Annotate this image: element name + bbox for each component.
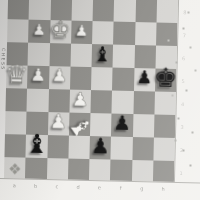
square-f5[interactable]	[112, 68, 134, 91]
square-d4[interactable]: ♟	[69, 90, 91, 113]
piece-white-king[interactable]: ♚	[50, 18, 71, 41]
piece-black-pawn[interactable]: ♟	[136, 69, 152, 87]
piece-white-pawn[interactable]: ♟	[75, 23, 89, 39]
square-g8[interactable]	[135, 0, 157, 23]
rank-label-6: 6	[178, 46, 189, 69]
square-f6[interactable]	[113, 45, 135, 68]
square-d5[interactable]	[70, 67, 92, 90]
square-d8[interactable]	[71, 0, 93, 21]
rank-label-8: 8	[180, 0, 191, 23]
square-c7[interactable]: ♚	[50, 20, 72, 43]
file-label-h: h	[152, 182, 174, 194]
photo-frame: ♟♚♟♝♛♟♟♟♚♟♟♝♟♝♟❖ 87654321 abcdefgh CHESS	[0, 0, 200, 200]
square-b2[interactable]: ♝	[26, 135, 48, 158]
square-a2[interactable]	[4, 134, 26, 157]
square-c6[interactable]	[49, 43, 71, 66]
piece-white-queen[interactable]: ♛	[5, 61, 29, 87]
board-corner-emblem: ❖	[4, 157, 26, 180]
piece-white-pawn[interactable]: ♟	[32, 22, 46, 38]
board-wrap: ♟♚♟♝♛♟♟♟♚♟♟♝♟♝♟❖ 87654321 abcdefgh CHESS	[0, 0, 200, 200]
square-g6[interactable]	[134, 45, 156, 68]
square-b5[interactable]: ♟	[27, 66, 49, 89]
square-d6[interactable]	[70, 44, 92, 67]
piece-black-pawn[interactable]: ♟	[113, 113, 131, 133]
piece-black-bishop[interactable]: ♝	[93, 43, 112, 64]
square-b7[interactable]: ♟	[28, 20, 50, 43]
square-d2[interactable]	[68, 136, 90, 159]
square-g1[interactable]	[131, 160, 153, 183]
square-f2[interactable]	[111, 137, 133, 160]
piece-black-bishop[interactable]: ♝	[25, 130, 49, 157]
square-a1[interactable]: ❖	[4, 157, 26, 180]
square-f3[interactable]: ♟	[111, 114, 133, 137]
square-h7[interactable]	[156, 23, 178, 46]
square-a3[interactable]	[5, 111, 27, 134]
board: ♟♚♟♝♛♟♟♟♚♟♟♝♟♝♟❖	[4, 0, 178, 184]
square-b8[interactable]	[29, 0, 51, 20]
piece-white-pawn[interactable]: ♟	[51, 67, 67, 85]
square-d7[interactable]: ♟	[71, 21, 93, 44]
file-label-a: a	[4, 179, 26, 191]
square-e5[interactable]	[91, 67, 113, 90]
file-label-b: b	[25, 180, 47, 192]
square-h4[interactable]	[154, 92, 176, 115]
square-g5[interactable]: ♟	[133, 68, 155, 91]
rank-label-3: 3	[177, 115, 188, 138]
square-a7[interactable]	[7, 19, 29, 42]
file-label-f: f	[110, 182, 132, 194]
square-b6[interactable]	[28, 43, 50, 66]
square-f7[interactable]	[113, 22, 135, 45]
file-label-d: d	[67, 181, 89, 193]
square-h3[interactable]	[154, 115, 176, 138]
square-g7[interactable]	[135, 22, 157, 45]
file-label-c: c	[46, 180, 68, 192]
square-e4[interactable]	[90, 90, 112, 113]
square-d1[interactable]	[68, 159, 90, 182]
square-e1[interactable]	[89, 159, 111, 182]
square-f1[interactable]	[110, 160, 132, 183]
piece-white-pawn[interactable]: ♟	[30, 67, 46, 85]
square-c1[interactable]	[46, 158, 68, 181]
file-label-e: e	[89, 181, 111, 193]
dust-speckles	[0, 0, 1, 1]
rank-label-7: 7	[179, 23, 190, 46]
square-h5[interactable]: ♚	[155, 69, 177, 92]
rank-label-5: 5	[178, 69, 189, 92]
square-g2[interactable]	[132, 137, 154, 160]
square-e8[interactable]	[93, 0, 115, 22]
square-a8[interactable]	[8, 0, 30, 20]
square-g4[interactable]	[133, 91, 155, 114]
piece-black-king[interactable]: ♚	[154, 64, 178, 91]
square-h1[interactable]	[153, 160, 175, 183]
square-b1[interactable]	[25, 158, 47, 181]
square-a4[interactable]	[5, 88, 27, 111]
square-d3[interactable]: ♝	[69, 113, 91, 136]
piece-white-pawn[interactable]: ♟	[72, 90, 89, 109]
square-a5[interactable]: ♛	[6, 65, 28, 88]
board-brand-text: CHESS	[0, 48, 6, 71]
square-c2[interactable]	[47, 135, 69, 158]
square-h2[interactable]	[153, 138, 175, 161]
square-g3[interactable]	[132, 114, 154, 137]
rank-label-1: 1	[176, 161, 187, 184]
square-c5[interactable]: ♟	[49, 66, 71, 89]
file-label-g: g	[131, 182, 153, 194]
piece-black-pawn[interactable]: ♟	[91, 135, 110, 157]
square-h8[interactable]	[156, 0, 178, 23]
rank-label-4: 4	[177, 92, 188, 115]
rank-label-2: 2	[176, 138, 187, 161]
square-f8[interactable]	[114, 0, 136, 22]
square-e2[interactable]: ♟	[89, 136, 111, 159]
square-e6[interactable]: ♝	[92, 44, 114, 67]
square-b4[interactable]	[27, 89, 49, 112]
